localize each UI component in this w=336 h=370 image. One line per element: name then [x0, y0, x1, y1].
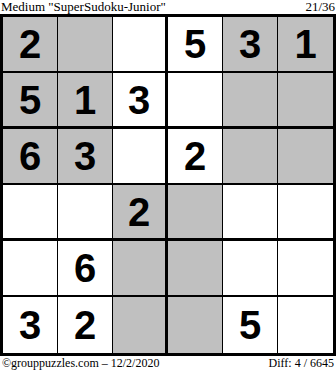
cell-r4c3[interactable]: 2: [113, 185, 168, 241]
cell-r3c4[interactable]: 2: [168, 129, 223, 185]
cell-r5c2[interactable]: 6: [58, 241, 113, 297]
cell-r1c2[interactable]: [58, 17, 113, 73]
sudoku-board: 253151363226325: [0, 14, 336, 356]
cell-r4c4[interactable]: [168, 185, 223, 241]
cell-r4c2[interactable]: [58, 185, 113, 241]
cell-r3c2[interactable]: 3: [58, 129, 113, 185]
cell-r5c4[interactable]: [168, 241, 223, 297]
cell-r6c6[interactable]: [278, 297, 333, 353]
cell-r3c3[interactable]: [113, 129, 168, 185]
cell-r3c1[interactable]: 6: [3, 129, 58, 185]
cell-r5c5[interactable]: [223, 241, 278, 297]
cell-r1c5[interactable]: 3: [223, 17, 278, 73]
cell-r6c5[interactable]: 5: [223, 297, 278, 353]
cell-r6c2[interactable]: 2: [58, 297, 113, 353]
cell-r3c6[interactable]: [278, 129, 333, 185]
cell-r6c1[interactable]: 3: [3, 297, 58, 353]
puzzle-title: Medium "SuperSudoku-Junior": [1, 0, 166, 14]
copyright-text: ©grouppuzzles.com – 12/2/2020: [2, 356, 159, 370]
cell-r1c1[interactable]: 2: [3, 17, 58, 73]
cell-r2c4[interactable]: [168, 73, 223, 129]
cell-r3c5[interactable]: [223, 129, 278, 185]
cell-r1c3[interactable]: [113, 17, 168, 73]
puzzle-counter: 21/36: [305, 0, 335, 14]
cell-r4c6[interactable]: [278, 185, 333, 241]
cell-r2c2[interactable]: 1: [58, 73, 113, 129]
cell-r5c1[interactable]: [3, 241, 58, 297]
cell-r1c4[interactable]: 5: [168, 17, 223, 73]
cell-r1c6[interactable]: 1: [278, 17, 333, 73]
footer: ©grouppuzzles.com – 12/2/2020 Diff: 4 / …: [0, 356, 336, 370]
cell-r2c3[interactable]: 3: [113, 73, 168, 129]
cell-r6c3[interactable]: [113, 297, 168, 353]
header: Medium "SuperSudoku-Junior" 21/36: [0, 0, 336, 14]
cell-r4c5[interactable]: [223, 185, 278, 241]
cell-r5c3[interactable]: [113, 241, 168, 297]
difficulty-text: Diff: 4 / 6645: [269, 356, 334, 370]
cell-r4c1[interactable]: [3, 185, 58, 241]
cell-r2c1[interactable]: 5: [3, 73, 58, 129]
cell-r2c5[interactable]: [223, 73, 278, 129]
cell-r2c6[interactable]: [278, 73, 333, 129]
cell-r6c4[interactable]: [168, 297, 223, 353]
cell-r5c6[interactable]: [278, 241, 333, 297]
